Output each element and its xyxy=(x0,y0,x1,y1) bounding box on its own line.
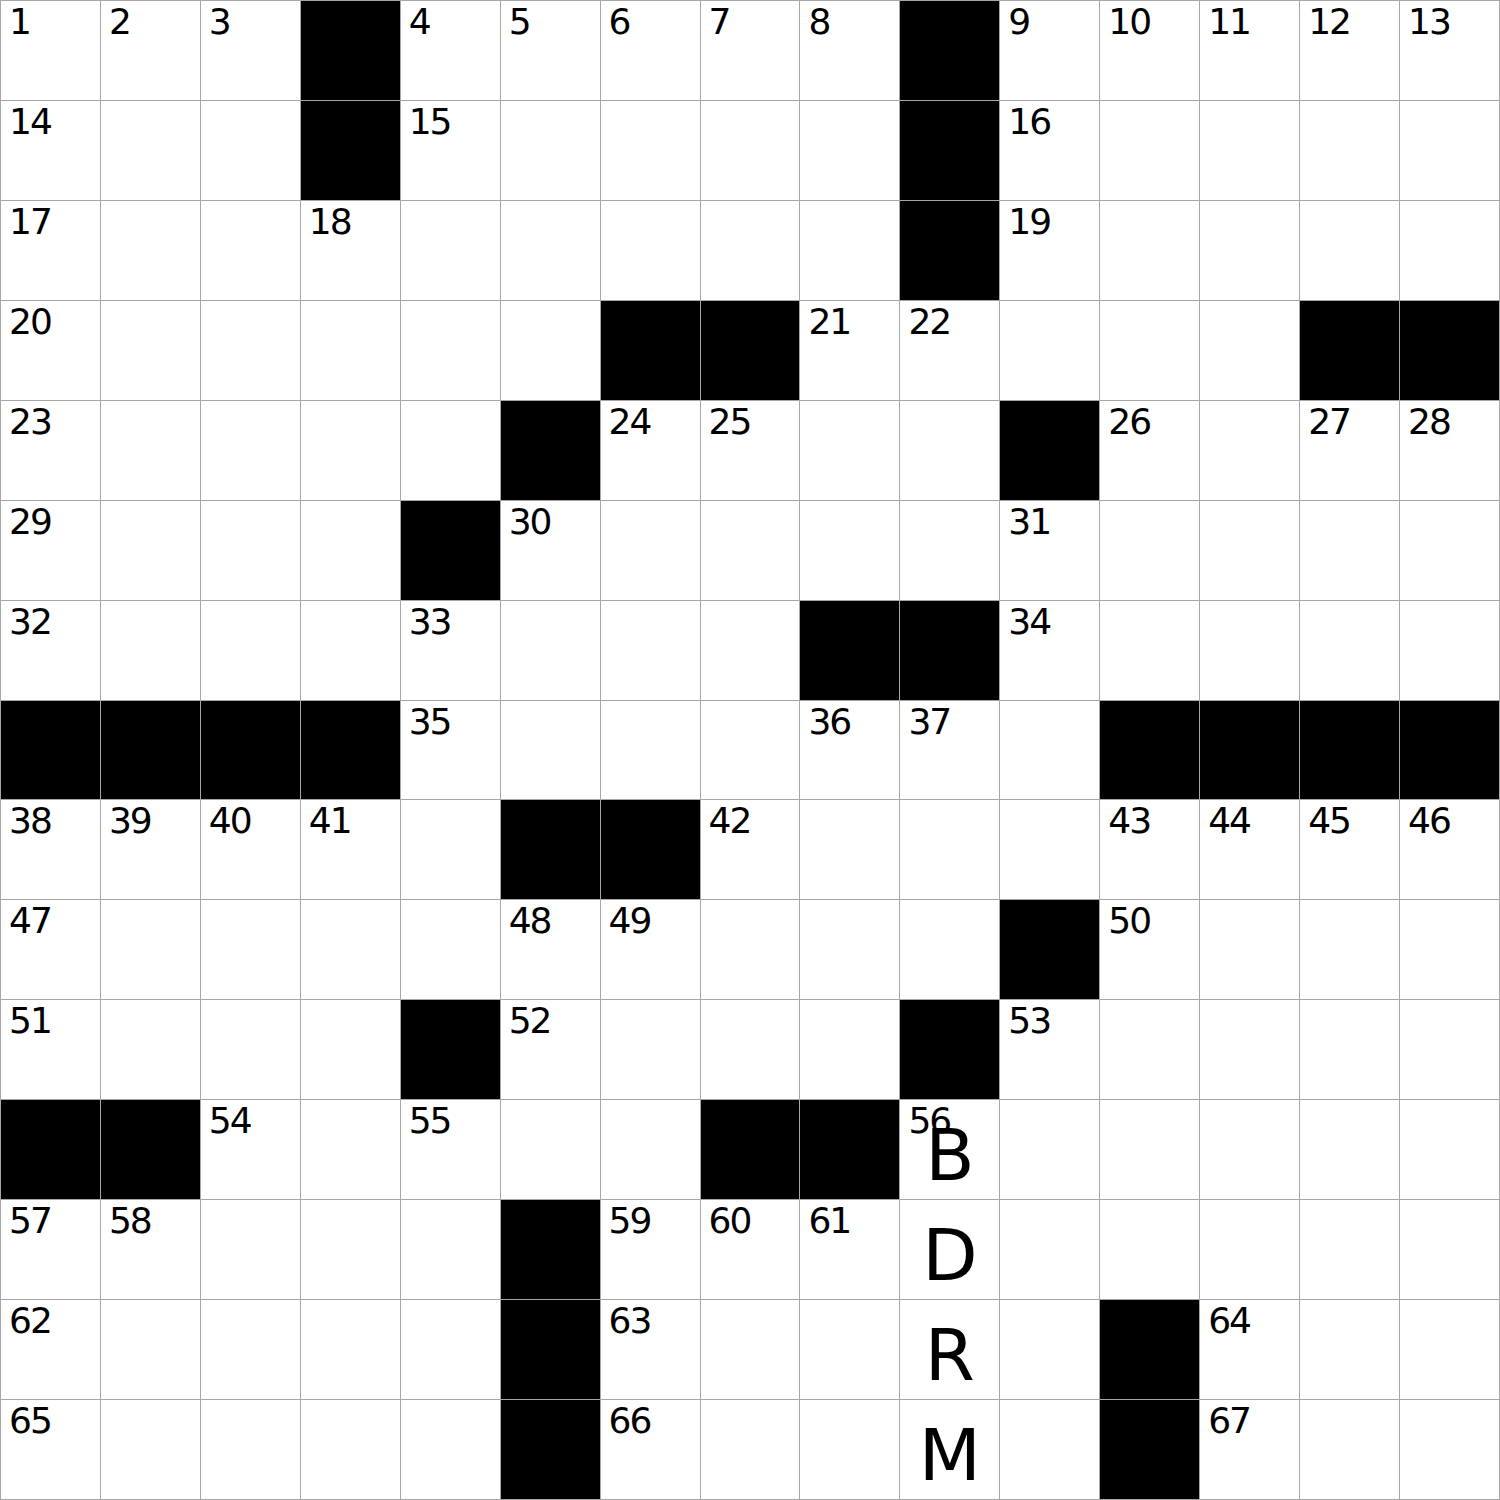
cell-r7c5[interactable] xyxy=(501,701,600,800)
cell-r2c1[interactable] xyxy=(101,201,200,300)
black-cell-r1c3 xyxy=(301,101,400,200)
cell-letter: D xyxy=(900,1200,999,1299)
black-cell-r7c14 xyxy=(1400,701,1499,800)
cell-r10c3[interactable] xyxy=(301,1000,400,1099)
black-cell-r5c4 xyxy=(401,501,500,600)
cell-r10c13[interactable] xyxy=(1300,1000,1399,1099)
clue-number: 30 xyxy=(509,504,551,540)
cell-r14c9[interactable]: M xyxy=(900,1400,999,1499)
cell-letter: M xyxy=(900,1400,999,1499)
cell-r8c11[interactable]: 43 xyxy=(1100,800,1199,899)
cell-r12c0[interactable]: 57 xyxy=(1,1200,100,1299)
cell-r6c2[interactable] xyxy=(201,601,300,700)
clue-number: 61 xyxy=(808,1203,850,1239)
cell-r7c4[interactable]: 35 xyxy=(401,701,500,800)
cell-r12c10[interactable] xyxy=(1000,1200,1099,1299)
cell-r11c11[interactable] xyxy=(1100,1100,1199,1199)
black-cell-r6c9 xyxy=(900,601,999,700)
cell-r10c0[interactable]: 51 xyxy=(1,1000,100,1099)
clue-number: 25 xyxy=(709,404,751,440)
cell-r5c10[interactable]: 31 xyxy=(1000,501,1099,600)
black-cell-r11c1 xyxy=(101,1100,200,1199)
cell-r13c4[interactable] xyxy=(401,1300,500,1399)
cell-r7c10[interactable] xyxy=(1000,701,1099,800)
cell-r1c14[interactable] xyxy=(1400,101,1499,200)
cell-r13c13[interactable] xyxy=(1300,1300,1399,1399)
cell-letter: B xyxy=(900,1100,999,1199)
cell-r3c10[interactable] xyxy=(1000,301,1099,400)
cell-r5c14[interactable] xyxy=(1400,501,1499,600)
cell-r5c8[interactable] xyxy=(800,501,899,600)
clue-number: 33 xyxy=(409,604,451,640)
black-cell-r13c5 xyxy=(501,1300,600,1399)
cell-r5c12[interactable] xyxy=(1200,501,1299,600)
cell-r0c5[interactable]: 5 xyxy=(501,1,600,100)
clue-number: 45 xyxy=(1308,803,1350,839)
cell-r3c1[interactable] xyxy=(101,301,200,400)
cell-r11c3[interactable] xyxy=(301,1100,400,1199)
clue-number: 52 xyxy=(509,1003,551,1039)
cell-r13c7[interactable] xyxy=(701,1300,800,1399)
cell-r11c4[interactable]: 55 xyxy=(401,1100,500,1199)
cell-r0c10[interactable]: 9 xyxy=(1000,1,1099,100)
cell-r10c10[interactable]: 53 xyxy=(1000,1000,1099,1099)
cell-r13c6[interactable]: 63 xyxy=(601,1300,700,1399)
black-cell-r8c6 xyxy=(601,800,700,899)
cell-r12c6[interactable]: 59 xyxy=(601,1200,700,1299)
cell-r13c2[interactable] xyxy=(201,1300,300,1399)
cell-r1c10[interactable]: 16 xyxy=(1000,101,1099,200)
cell-r10c1[interactable] xyxy=(101,1000,200,1099)
cell-r1c4[interactable]: 15 xyxy=(401,101,500,200)
black-cell-r14c5 xyxy=(501,1400,600,1499)
cell-r12c12[interactable] xyxy=(1200,1200,1299,1299)
cell-r2c0[interactable]: 17 xyxy=(1,201,100,300)
cell-r6c11[interactable] xyxy=(1100,601,1199,700)
clue-number: 34 xyxy=(1008,604,1050,640)
cell-r0c14[interactable]: 13 xyxy=(1400,1,1499,100)
clue-number: 40 xyxy=(209,803,251,839)
cell-r1c6[interactable] xyxy=(601,101,700,200)
clue-number: 5 xyxy=(509,4,530,40)
cell-r2c3[interactable]: 18 xyxy=(301,201,400,300)
cell-r8c0[interactable]: 38 xyxy=(1,800,100,899)
clue-number: 36 xyxy=(808,704,850,740)
cell-r12c11[interactable] xyxy=(1100,1200,1199,1299)
black-cell-r7c11 xyxy=(1100,701,1199,800)
cell-r4c8[interactable] xyxy=(800,401,899,500)
clue-number: 66 xyxy=(609,1403,651,1439)
cell-r14c8[interactable] xyxy=(800,1400,899,1499)
cell-r14c3[interactable] xyxy=(301,1400,400,1499)
cell-r6c6[interactable] xyxy=(601,601,700,700)
clue-number: 26 xyxy=(1108,404,1150,440)
cell-r7c6[interactable] xyxy=(601,701,700,800)
cell-r9c8[interactable] xyxy=(800,900,899,999)
cell-r5c1[interactable] xyxy=(101,501,200,600)
clue-number: 60 xyxy=(709,1203,751,1239)
cell-r6c7[interactable] xyxy=(701,601,800,700)
cell-r3c8[interactable]: 21 xyxy=(800,301,899,400)
cell-r6c10[interactable]: 34 xyxy=(1000,601,1099,700)
clue-number: 37 xyxy=(908,704,950,740)
clue-number: 1 xyxy=(9,4,30,40)
cell-r3c2[interactable] xyxy=(201,301,300,400)
cell-r0c2[interactable]: 3 xyxy=(201,1,300,100)
clue-number: 28 xyxy=(1408,404,1450,440)
cell-r12c13[interactable] xyxy=(1300,1200,1399,1299)
cell-r6c1[interactable] xyxy=(101,601,200,700)
black-cell-r9c10 xyxy=(1000,900,1099,999)
cell-r9c5[interactable]: 48 xyxy=(501,900,600,999)
cell-r2c8[interactable] xyxy=(800,201,899,300)
black-cell-r2c9 xyxy=(900,201,999,300)
black-cell-r7c2 xyxy=(201,701,300,800)
cell-r4c2[interactable] xyxy=(201,401,300,500)
cell-r5c9[interactable] xyxy=(900,501,999,600)
cell-r14c7[interactable] xyxy=(701,1400,800,1499)
clue-number: 49 xyxy=(609,903,651,939)
cell-r13c0[interactable]: 62 xyxy=(1,1300,100,1399)
cell-r1c2[interactable] xyxy=(201,101,300,200)
clue-number: 32 xyxy=(9,604,51,640)
cell-r14c4[interactable] xyxy=(401,1400,500,1499)
clue-number: 50 xyxy=(1108,903,1150,939)
clue-number: 9 xyxy=(1008,4,1029,40)
cell-r11c9[interactable]: 56B xyxy=(900,1100,999,1199)
clue-number: 21 xyxy=(808,304,850,340)
cell-r1c11[interactable] xyxy=(1100,101,1199,200)
black-cell-r4c10 xyxy=(1000,401,1099,500)
clue-number: 19 xyxy=(1008,204,1050,240)
cell-r4c7[interactable]: 25 xyxy=(701,401,800,500)
cell-r10c5[interactable]: 52 xyxy=(501,1000,600,1099)
cell-r3c9[interactable]: 22 xyxy=(900,301,999,400)
cell-r8c1[interactable]: 39 xyxy=(101,800,200,899)
cell-r1c8[interactable] xyxy=(800,101,899,200)
cell-r3c4[interactable] xyxy=(401,301,500,400)
cell-r9c3[interactable] xyxy=(301,900,400,999)
clue-number: 47 xyxy=(9,903,51,939)
clue-number: 20 xyxy=(9,304,51,340)
black-cell-r11c7 xyxy=(701,1100,800,1199)
cell-r8c13[interactable]: 45 xyxy=(1300,800,1399,899)
cell-r8c2[interactable]: 40 xyxy=(201,800,300,899)
cell-r3c3[interactable] xyxy=(301,301,400,400)
clue-number: 46 xyxy=(1408,803,1450,839)
cell-r13c9[interactable]: R xyxy=(900,1300,999,1399)
cell-r4c1[interactable] xyxy=(101,401,200,500)
clue-number: 2 xyxy=(109,4,130,40)
cell-r14c6[interactable]: 66 xyxy=(601,1400,700,1499)
cell-r12c14[interactable] xyxy=(1400,1200,1499,1299)
black-cell-r1c9 xyxy=(900,101,999,200)
cell-r13c1[interactable] xyxy=(101,1300,200,1399)
cell-r5c11[interactable] xyxy=(1100,501,1199,600)
cell-r6c5[interactable] xyxy=(501,601,600,700)
cell-r14c12[interactable]: 67 xyxy=(1200,1400,1299,1499)
black-cell-r10c4 xyxy=(401,1000,500,1099)
clue-number: 59 xyxy=(609,1203,651,1239)
cell-r1c12[interactable] xyxy=(1200,101,1299,200)
cell-r0c0[interactable]: 1 xyxy=(1,1,100,100)
cell-r2c5[interactable] xyxy=(501,201,600,300)
cell-r6c13[interactable] xyxy=(1300,601,1399,700)
black-cell-r7c3 xyxy=(301,701,400,800)
black-cell-r7c12 xyxy=(1200,701,1299,800)
clue-number: 27 xyxy=(1308,404,1350,440)
clue-number: 43 xyxy=(1108,803,1150,839)
cell-r6c3[interactable] xyxy=(301,601,400,700)
cell-r7c9[interactable]: 37 xyxy=(900,701,999,800)
cell-r1c13[interactable] xyxy=(1300,101,1399,200)
clue-number: 39 xyxy=(109,803,151,839)
clue-number: 57 xyxy=(9,1203,51,1239)
clue-number: 14 xyxy=(9,104,51,140)
cell-r13c14[interactable] xyxy=(1400,1300,1499,1399)
black-cell-r0c3 xyxy=(301,1,400,100)
cell-r12c8[interactable]: 61 xyxy=(800,1200,899,1299)
cell-r14c0[interactable]: 65 xyxy=(1,1400,100,1499)
cell-r11c14[interactable] xyxy=(1400,1100,1499,1199)
cell-r14c2[interactable] xyxy=(201,1400,300,1499)
cell-r0c4[interactable]: 4 xyxy=(401,1,500,100)
cell-r8c14[interactable]: 46 xyxy=(1400,800,1499,899)
cell-r4c9[interactable] xyxy=(900,401,999,500)
clue-number: 24 xyxy=(609,404,651,440)
clue-number: 17 xyxy=(9,204,51,240)
cell-r2c4[interactable] xyxy=(401,201,500,300)
clue-number: 64 xyxy=(1208,1303,1250,1339)
cell-letter: R xyxy=(900,1300,999,1399)
clue-number: 42 xyxy=(709,803,751,839)
cell-r10c12[interactable] xyxy=(1200,1000,1299,1099)
cell-r12c1[interactable]: 58 xyxy=(101,1200,200,1299)
clue-number: 67 xyxy=(1208,1403,1250,1439)
cell-r5c2[interactable] xyxy=(201,501,300,600)
cell-r13c12[interactable]: 64 xyxy=(1200,1300,1299,1399)
black-cell-r3c14 xyxy=(1400,301,1499,400)
cell-r12c7[interactable]: 60 xyxy=(701,1200,800,1299)
clue-number: 62 xyxy=(9,1303,51,1339)
cell-r6c12[interactable] xyxy=(1200,601,1299,700)
cell-r2c6[interactable] xyxy=(601,201,700,300)
cell-r5c5[interactable]: 30 xyxy=(501,501,600,600)
cell-r9c6[interactable]: 49 xyxy=(601,900,700,999)
clue-number: 48 xyxy=(509,903,551,939)
cell-r11c12[interactable] xyxy=(1200,1100,1299,1199)
black-cell-r4c5 xyxy=(501,401,600,500)
cell-r9c7[interactable] xyxy=(701,900,800,999)
clue-number: 11 xyxy=(1208,4,1250,40)
cell-r4c13[interactable]: 27 xyxy=(1300,401,1399,500)
cell-r4c14[interactable]: 28 xyxy=(1400,401,1499,500)
cell-r9c9[interactable] xyxy=(900,900,999,999)
cell-r5c3[interactable] xyxy=(301,501,400,600)
cell-r8c8[interactable] xyxy=(800,800,899,899)
cell-r13c10[interactable] xyxy=(1000,1300,1099,1399)
cell-r1c0[interactable]: 14 xyxy=(1,101,100,200)
black-cell-r13c11 xyxy=(1100,1300,1199,1399)
clue-number: 55 xyxy=(409,1103,451,1139)
cell-r4c3[interactable] xyxy=(301,401,400,500)
cell-r8c4[interactable] xyxy=(401,800,500,899)
black-cell-r3c13 xyxy=(1300,301,1399,400)
clue-number: 38 xyxy=(9,803,51,839)
cell-r3c0[interactable]: 20 xyxy=(1,301,100,400)
cell-r10c14[interactable] xyxy=(1400,1000,1499,1099)
black-cell-r7c13 xyxy=(1300,701,1399,800)
cell-r0c6[interactable]: 6 xyxy=(601,1,700,100)
cell-r14c13[interactable] xyxy=(1300,1400,1399,1499)
clue-number: 63 xyxy=(609,1303,651,1339)
cell-r0c7[interactable]: 7 xyxy=(701,1,800,100)
cell-r9c1[interactable] xyxy=(101,900,200,999)
clue-number: 16 xyxy=(1008,104,1050,140)
cell-r1c7[interactable] xyxy=(701,101,800,200)
cell-r9c14[interactable] xyxy=(1400,900,1499,999)
cell-r12c3[interactable] xyxy=(301,1200,400,1299)
black-cell-r7c0 xyxy=(1,701,100,800)
cell-r11c2[interactable]: 54 xyxy=(201,1100,300,1199)
cell-r13c8[interactable] xyxy=(800,1300,899,1399)
clue-number: 58 xyxy=(109,1203,151,1239)
clue-number: 53 xyxy=(1008,1003,1050,1039)
cell-r9c2[interactable] xyxy=(201,900,300,999)
cell-r2c12[interactable] xyxy=(1200,201,1299,300)
cell-r3c5[interactable] xyxy=(501,301,600,400)
clue-number: 51 xyxy=(9,1003,51,1039)
clue-number: 6 xyxy=(609,4,630,40)
cell-r12c9[interactable]: D xyxy=(900,1200,999,1299)
black-cell-r3c6 xyxy=(601,301,700,400)
cell-r4c4[interactable] xyxy=(401,401,500,500)
cell-r2c7[interactable] xyxy=(701,201,800,300)
cell-r11c10[interactable] xyxy=(1000,1100,1099,1199)
cell-r10c8[interactable] xyxy=(800,1000,899,1099)
cell-r0c8[interactable]: 8 xyxy=(800,1,899,100)
clue-number: 54 xyxy=(209,1103,251,1139)
clue-number: 22 xyxy=(908,304,950,340)
cell-r7c8[interactable]: 36 xyxy=(800,701,899,800)
cell-r12c2[interactable] xyxy=(201,1200,300,1299)
clue-number: 18 xyxy=(309,204,351,240)
cell-r9c0[interactable]: 47 xyxy=(1,900,100,999)
cell-r10c6[interactable] xyxy=(601,1000,700,1099)
cell-r14c10[interactable] xyxy=(1000,1400,1099,1499)
black-cell-r14c11 xyxy=(1100,1400,1199,1499)
black-cell-r8c5 xyxy=(501,800,600,899)
cell-r6c14[interactable] xyxy=(1400,601,1499,700)
clue-number: 4 xyxy=(409,4,430,40)
clue-number: 35 xyxy=(409,704,451,740)
cell-r9c4[interactable] xyxy=(401,900,500,999)
clue-number: 10 xyxy=(1108,4,1150,40)
black-cell-r3c7 xyxy=(701,301,800,400)
clue-number: 13 xyxy=(1408,4,1450,40)
cell-r9c13[interactable] xyxy=(1300,900,1399,999)
cell-r4c12[interactable] xyxy=(1200,401,1299,500)
clue-number: 23 xyxy=(9,404,51,440)
cell-r0c11[interactable]: 10 xyxy=(1100,1,1199,100)
cell-r14c1[interactable] xyxy=(101,1400,200,1499)
clue-number: 31 xyxy=(1008,504,1050,540)
clue-number: 12 xyxy=(1308,4,1350,40)
cell-r0c12[interactable]: 11 xyxy=(1200,1,1299,100)
clue-number: 8 xyxy=(808,4,829,40)
clue-number: 7 xyxy=(709,4,730,40)
clue-number: 3 xyxy=(209,4,230,40)
black-cell-r11c8 xyxy=(800,1100,899,1199)
cell-r10c2[interactable] xyxy=(201,1000,300,1099)
clue-number: 65 xyxy=(9,1403,51,1439)
cell-r10c11[interactable] xyxy=(1100,1000,1199,1099)
cell-r5c13[interactable] xyxy=(1300,501,1399,600)
cell-r4c0[interactable]: 23 xyxy=(1,401,100,500)
cell-r4c11[interactable]: 26 xyxy=(1100,401,1199,500)
cell-r6c4[interactable]: 33 xyxy=(401,601,500,700)
cell-r3c11[interactable] xyxy=(1100,301,1199,400)
cell-r11c6[interactable] xyxy=(601,1100,700,1199)
cell-r8c3[interactable]: 41 xyxy=(301,800,400,899)
cell-r5c7[interactable] xyxy=(701,501,800,600)
black-cell-r7c1 xyxy=(101,701,200,800)
cell-r0c1[interactable]: 2 xyxy=(101,1,200,100)
cell-r12c4[interactable] xyxy=(401,1200,500,1299)
cell-r8c10[interactable] xyxy=(1000,800,1099,899)
cell-r14c14[interactable] xyxy=(1400,1400,1499,1499)
cell-r4c6[interactable]: 24 xyxy=(601,401,700,500)
cell-r8c12[interactable]: 44 xyxy=(1200,800,1299,899)
cell-r2c2[interactable] xyxy=(201,201,300,300)
cell-r9c11[interactable]: 50 xyxy=(1100,900,1199,999)
cell-r1c5[interactable] xyxy=(501,101,600,200)
cell-r1c1[interactable] xyxy=(101,101,200,200)
cell-r2c13[interactable] xyxy=(1300,201,1399,300)
black-cell-r11c0 xyxy=(1,1100,100,1199)
crossword-grid: 1234567891011121314151617181920212223242… xyxy=(0,0,1500,1500)
cell-r2c11[interactable] xyxy=(1100,201,1199,300)
cell-r5c6[interactable] xyxy=(601,501,700,600)
cell-r11c5[interactable] xyxy=(501,1100,600,1199)
black-cell-r10c9 xyxy=(900,1000,999,1099)
cell-r8c9[interactable] xyxy=(900,800,999,899)
clue-number: 41 xyxy=(309,803,351,839)
cell-r11c13[interactable] xyxy=(1300,1100,1399,1199)
black-cell-r0c9 xyxy=(900,1,999,100)
clue-number: 15 xyxy=(409,104,451,140)
cell-r7c7[interactable] xyxy=(701,701,800,800)
black-cell-r6c8 xyxy=(800,601,899,700)
cell-r9c12[interactable] xyxy=(1200,900,1299,999)
cell-r8c7[interactable]: 42 xyxy=(701,800,800,899)
cell-r13c3[interactable] xyxy=(301,1300,400,1399)
clue-number: 44 xyxy=(1208,803,1250,839)
clue-number: 29 xyxy=(9,504,51,540)
black-cell-r12c5 xyxy=(501,1200,600,1299)
cell-r5c0[interactable]: 29 xyxy=(1,501,100,600)
cell-r2c10[interactable]: 19 xyxy=(1000,201,1099,300)
cell-r0c13[interactable]: 12 xyxy=(1300,1,1399,100)
cell-r2c14[interactable] xyxy=(1400,201,1499,300)
cell-r6c0[interactable]: 32 xyxy=(1,601,100,700)
cell-r3c12[interactable] xyxy=(1200,301,1299,400)
cell-r10c7[interactable] xyxy=(701,1000,800,1099)
